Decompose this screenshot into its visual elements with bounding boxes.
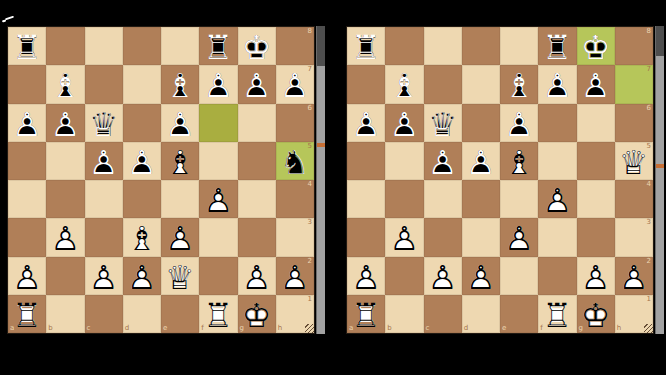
- square-e3[interactable]: ♟♙: [500, 218, 538, 256]
- black-pawn[interactable]: ♟♙: [161, 104, 199, 142]
- square-e5[interactable]: ♝♗: [500, 142, 538, 180]
- white-queen[interactable]: ♛♕: [615, 142, 653, 180]
- square-b2[interactable]: [46, 257, 84, 295]
- square-d8[interactable]: [123, 27, 161, 65]
- square-c8[interactable]: [85, 27, 123, 65]
- square-c5[interactable]: ♟♙: [85, 142, 123, 180]
- white-pawn[interactable]: ♟♙: [577, 257, 615, 295]
- square-c4[interactable]: [85, 180, 123, 218]
- black-pawn[interactable]: ♟♙: [123, 142, 161, 180]
- rank-label: 3: [308, 219, 312, 226]
- square-g3[interactable]: [238, 218, 276, 256]
- square-a4[interactable]: [8, 180, 46, 218]
- square-g5[interactable]: [238, 142, 276, 180]
- square-a3[interactable]: [8, 218, 46, 256]
- square-b3[interactable]: ♟♙: [46, 218, 84, 256]
- square-d6[interactable]: [123, 104, 161, 142]
- file-label: c: [87, 325, 91, 332]
- rank-label: 6: [308, 105, 312, 112]
- square-d7[interactable]: [123, 65, 161, 103]
- square-b7[interactable]: ♝♗: [385, 65, 423, 103]
- file-label: h: [278, 325, 282, 332]
- square-h7[interactable]: 7♟♙: [276, 65, 314, 103]
- black-pawn[interactable]: ♟♙: [199, 65, 237, 103]
- square-b5[interactable]: [385, 142, 423, 180]
- white-pawn[interactable]: ♟♙: [161, 218, 199, 256]
- square-a8[interactable]: ♜♖: [347, 27, 385, 65]
- square-b6[interactable]: ♟♙: [385, 104, 423, 142]
- square-f8[interactable]: ♜♖: [538, 27, 576, 65]
- square-b4[interactable]: [46, 180, 84, 218]
- square-d2[interactable]: ♟♙: [123, 257, 161, 295]
- black-bishop[interactable]: ♝♗: [385, 65, 423, 103]
- square-f2[interactable]: [538, 257, 576, 295]
- annotation-mark: [2, 16, 14, 24]
- square-e6[interactable]: ♟♙: [500, 104, 538, 142]
- square-h6[interactable]: 6: [276, 104, 314, 142]
- square-c1[interactable]: c: [424, 295, 462, 333]
- white-pawn[interactable]: ♟♙: [424, 257, 462, 295]
- square-c4[interactable]: [424, 180, 462, 218]
- black-king[interactable]: ♚♔: [238, 27, 276, 65]
- scrollbar[interactable]: [655, 26, 664, 334]
- square-g6[interactable]: [238, 104, 276, 142]
- square-f2[interactable]: [199, 257, 237, 295]
- file-label: b: [48, 325, 52, 332]
- square-f6[interactable]: [199, 104, 237, 142]
- white-pawn[interactable]: ♟♙: [538, 180, 576, 218]
- square-f4[interactable]: ♟♙: [199, 180, 237, 218]
- square-f6[interactable]: [538, 104, 576, 142]
- scroll-marker: [656, 164, 664, 168]
- white-rook[interactable]: ♜♖: [199, 295, 237, 333]
- white-bishop[interactable]: ♝♗: [500, 142, 538, 180]
- white-pawn[interactable]: ♟♙: [46, 218, 84, 256]
- white-king[interactable]: ♚♔: [238, 295, 276, 333]
- chess-board-after: ♜♖♜♖♚♔8♝♗♝♗♟♙♟♙7♟♙♟♙♛♕♟♙6♟♙♟♙♝♗5♛♕♟♙4♟♙♟…: [346, 26, 666, 334]
- black-bishop[interactable]: ♝♗: [500, 65, 538, 103]
- rank-label: 7: [647, 66, 651, 73]
- scrollbar[interactable]: [316, 26, 325, 334]
- black-pawn[interactable]: ♟♙: [276, 65, 314, 103]
- white-pawn[interactable]: ♟♙: [500, 218, 538, 256]
- file-label: b: [387, 325, 391, 332]
- square-a3[interactable]: [347, 218, 385, 256]
- square-e4[interactable]: [161, 180, 199, 218]
- white-queen[interactable]: ♛♕: [161, 257, 199, 295]
- square-c3[interactable]: [424, 218, 462, 256]
- square-g6[interactable]: [577, 104, 615, 142]
- white-pawn[interactable]: ♟♙: [8, 257, 46, 295]
- square-a7[interactable]: [347, 65, 385, 103]
- square-d3[interactable]: ♝♗: [123, 218, 161, 256]
- black-pawn[interactable]: ♟♙: [238, 65, 276, 103]
- square-g2[interactable]: ♟♙: [577, 257, 615, 295]
- scrollbar-thumb[interactable]: [656, 26, 664, 56]
- rank-label: 3: [647, 219, 651, 226]
- square-b2[interactable]: [385, 257, 423, 295]
- square-b4[interactable]: [385, 180, 423, 218]
- square-b7[interactable]: ♝♗: [46, 65, 84, 103]
- square-d8[interactable]: [462, 27, 500, 65]
- black-pawn[interactable]: ♟♙: [424, 142, 462, 180]
- square-c8[interactable]: [424, 27, 462, 65]
- white-pawn[interactable]: ♟♙: [347, 257, 385, 295]
- rank-label: 4: [647, 181, 651, 188]
- square-f5[interactable]: [199, 142, 237, 180]
- square-d1[interactable]: d: [462, 295, 500, 333]
- black-pawn[interactable]: ♟♙: [85, 142, 123, 180]
- white-rook[interactable]: ♜♖: [347, 295, 385, 333]
- rank-label: 6: [647, 105, 651, 112]
- square-f8[interactable]: ♜♖: [199, 27, 237, 65]
- white-rook[interactable]: ♜♖: [538, 295, 576, 333]
- square-e5[interactable]: ♝♗: [161, 142, 199, 180]
- square-g7[interactable]: ♟♙: [238, 65, 276, 103]
- square-c6[interactable]: ♛♕: [85, 104, 123, 142]
- rank-label: 1: [647, 296, 651, 303]
- white-bishop[interactable]: ♝♗: [161, 142, 199, 180]
- square-f3[interactable]: [538, 218, 576, 256]
- square-a5[interactable]: [347, 142, 385, 180]
- white-pawn[interactable]: ♟♙: [615, 257, 653, 295]
- square-e8[interactable]: [161, 27, 199, 65]
- square-h4[interactable]: 4: [615, 180, 653, 218]
- square-h6[interactable]: 6: [615, 104, 653, 142]
- square-g8[interactable]: ♚♔: [577, 27, 615, 65]
- black-pawn[interactable]: ♟♙: [462, 142, 500, 180]
- chess-board-before: ♜♖♜♖♚♔8♝♗♝♗♟♙♟♙7♟♙♟♙♟♙♛♕♟♙6♟♙♟♙♝♗5♞♘♟♙4♟…: [7, 26, 327, 334]
- black-queen[interactable]: ♛♕: [85, 104, 123, 142]
- resize-grip-icon[interactable]: [644, 324, 653, 333]
- black-bishop[interactable]: ♝♗: [161, 65, 199, 103]
- square-f7[interactable]: ♟♙: [538, 65, 576, 103]
- black-knight[interactable]: ♞♘: [276, 142, 314, 180]
- square-g8[interactable]: ♚♔: [238, 27, 276, 65]
- square-e7[interactable]: ♝♗: [500, 65, 538, 103]
- file-label: e: [163, 325, 167, 332]
- square-h2[interactable]: 2♟♙: [615, 257, 653, 295]
- square-d4[interactable]: [462, 180, 500, 218]
- square-h5[interactable]: 5♛♕: [615, 142, 653, 180]
- square-b1[interactable]: b: [385, 295, 423, 333]
- square-c2[interactable]: ♟♙: [85, 257, 123, 295]
- white-pawn[interactable]: ♟♙: [462, 257, 500, 295]
- square-h3[interactable]: 3: [276, 218, 314, 256]
- white-pawn[interactable]: ♟♙: [199, 180, 237, 218]
- square-b1[interactable]: b: [46, 295, 84, 333]
- black-pawn[interactable]: ♟♙: [347, 104, 385, 142]
- square-b8[interactable]: [46, 27, 84, 65]
- black-pawn[interactable]: ♟♙: [8, 104, 46, 142]
- square-h8[interactable]: 8: [615, 27, 653, 65]
- square-a2[interactable]: ♟♙: [347, 257, 385, 295]
- square-d6[interactable]: [462, 104, 500, 142]
- square-g5[interactable]: [577, 142, 615, 180]
- board-grid-before: ♜♖♜♖♚♔8♝♗♝♗♟♙♟♙7♟♙♟♙♟♙♛♕♟♙6♟♙♟♙♝♗5♞♘♟♙4♟…: [7, 26, 315, 334]
- black-rook[interactable]: ♜♖: [199, 27, 237, 65]
- resize-grip-icon[interactable]: [305, 324, 314, 333]
- rank-label: 1: [308, 296, 312, 303]
- square-e4[interactable]: [500, 180, 538, 218]
- square-a1[interactable]: a♜♖: [347, 295, 385, 333]
- black-pawn[interactable]: ♟♙: [385, 104, 423, 142]
- square-d1[interactable]: d: [123, 295, 161, 333]
- white-king[interactable]: ♚♔: [577, 295, 615, 333]
- square-f1[interactable]: f♜♖: [199, 295, 237, 333]
- square-a6[interactable]: ♟♙: [347, 104, 385, 142]
- square-e7[interactable]: ♝♗: [161, 65, 199, 103]
- square-f4[interactable]: ♟♙: [538, 180, 576, 218]
- square-g7[interactable]: ♟♙: [577, 65, 615, 103]
- square-g1[interactable]: g♚♔: [577, 295, 615, 333]
- square-h3[interactable]: 3: [615, 218, 653, 256]
- square-a8[interactable]: ♜♖: [8, 27, 46, 65]
- square-b6[interactable]: ♟♙: [46, 104, 84, 142]
- square-d5[interactable]: ♟♙: [123, 142, 161, 180]
- square-c5[interactable]: ♟♙: [424, 142, 462, 180]
- scroll-marker: [317, 143, 325, 147]
- square-h8[interactable]: 8: [276, 27, 314, 65]
- square-c7[interactable]: [424, 65, 462, 103]
- file-label: d: [125, 325, 129, 332]
- white-rook[interactable]: ♜♖: [8, 295, 46, 333]
- rank-label: 4: [308, 181, 312, 188]
- square-a6[interactable]: ♟♙: [8, 104, 46, 142]
- square-d7[interactable]: [462, 65, 500, 103]
- square-f7[interactable]: ♟♙: [199, 65, 237, 103]
- square-h4[interactable]: 4: [276, 180, 314, 218]
- file-label: c: [426, 325, 430, 332]
- white-pawn[interactable]: ♟♙: [85, 257, 123, 295]
- square-e6[interactable]: ♟♙: [161, 104, 199, 142]
- square-c2[interactable]: ♟♙: [424, 257, 462, 295]
- black-rook[interactable]: ♜♖: [347, 27, 385, 65]
- white-pawn[interactable]: ♟♙: [238, 257, 276, 295]
- square-e3[interactable]: ♟♙: [161, 218, 199, 256]
- square-b5[interactable]: [46, 142, 84, 180]
- square-f3[interactable]: [199, 218, 237, 256]
- white-pawn[interactable]: ♟♙: [276, 257, 314, 295]
- square-h7[interactable]: 7: [615, 65, 653, 103]
- scrollbar-thumb[interactable]: [317, 26, 325, 66]
- square-f5[interactable]: [538, 142, 576, 180]
- square-a5[interactable]: [8, 142, 46, 180]
- square-c6[interactable]: ♛♕: [424, 104, 462, 142]
- square-a4[interactable]: [347, 180, 385, 218]
- black-king[interactable]: ♚♔: [577, 27, 615, 65]
- black-bishop[interactable]: ♝♗: [46, 65, 84, 103]
- white-bishop[interactable]: ♝♗: [123, 218, 161, 256]
- white-pawn[interactable]: ♟♙: [123, 257, 161, 295]
- square-a2[interactable]: ♟♙: [8, 257, 46, 295]
- square-a1[interactable]: a♜♖: [8, 295, 46, 333]
- black-rook[interactable]: ♜♖: [8, 27, 46, 65]
- square-g1[interactable]: g♚♔: [238, 295, 276, 333]
- file-label: h: [617, 325, 621, 332]
- rank-label: 8: [647, 28, 651, 35]
- square-b3[interactable]: ♟♙: [385, 218, 423, 256]
- square-e1[interactable]: e: [161, 295, 199, 333]
- square-g4[interactable]: [577, 180, 615, 218]
- square-e1[interactable]: e: [500, 295, 538, 333]
- file-label: d: [464, 325, 468, 332]
- black-pawn[interactable]: ♟♙: [577, 65, 615, 103]
- square-g2[interactable]: ♟♙: [238, 257, 276, 295]
- square-h5[interactable]: 5♞♘: [276, 142, 314, 180]
- square-c7[interactable]: [85, 65, 123, 103]
- board-grid-after: ♜♖♜♖♚♔8♝♗♝♗♟♙♟♙7♟♙♟♙♛♕♟♙6♟♙♟♙♝♗5♛♕♟♙4♟♙♟…: [346, 26, 654, 334]
- black-pawn[interactable]: ♟♙: [46, 104, 84, 142]
- square-d4[interactable]: [123, 180, 161, 218]
- file-label: e: [502, 325, 506, 332]
- square-b8[interactable]: [385, 27, 423, 65]
- square-e8[interactable]: [500, 27, 538, 65]
- square-g3[interactable]: [577, 218, 615, 256]
- square-c3[interactable]: [85, 218, 123, 256]
- black-rook[interactable]: ♜♖: [538, 27, 576, 65]
- square-d5[interactable]: ♟♙: [462, 142, 500, 180]
- square-e2[interactable]: [500, 257, 538, 295]
- square-c1[interactable]: c: [85, 295, 123, 333]
- square-d3[interactable]: [462, 218, 500, 256]
- square-h2[interactable]: 2♟♙: [276, 257, 314, 295]
- square-d2[interactable]: ♟♙: [462, 257, 500, 295]
- square-f1[interactable]: f♜♖: [538, 295, 576, 333]
- black-pawn[interactable]: ♟♙: [500, 104, 538, 142]
- black-queen[interactable]: ♛♕: [424, 104, 462, 142]
- square-a7[interactable]: [8, 65, 46, 103]
- stage: ♜♖♜♖♚♔8♝♗♝♗♟♙♟♙7♟♙♟♙♟♙♛♕♟♙6♟♙♟♙♝♗5♞♘♟♙4♟…: [0, 0, 666, 375]
- black-pawn[interactable]: ♟♙: [538, 65, 576, 103]
- square-e2[interactable]: ♛♕: [161, 257, 199, 295]
- white-pawn[interactable]: ♟♙: [385, 218, 423, 256]
- rank-label: 8: [308, 28, 312, 35]
- square-g4[interactable]: [238, 180, 276, 218]
